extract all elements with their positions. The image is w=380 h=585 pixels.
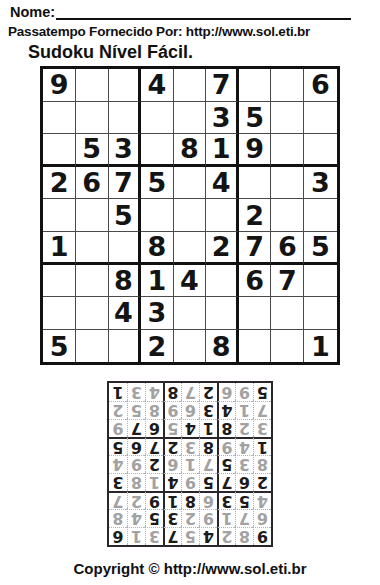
solution-cell-r9c6: 8 — [163, 383, 181, 401]
cell-r5c2[interactable] — [76, 199, 109, 232]
cell-r9c2[interactable] — [76, 330, 109, 363]
solution-cell-r9c2: 9 — [235, 383, 253, 401]
cell-r2c5[interactable] — [174, 102, 207, 135]
cell-r5c5[interactable] — [174, 199, 207, 232]
cell-r5c7: 2 — [239, 199, 272, 232]
cell-r4c8[interactable] — [271, 167, 304, 200]
cell-r4c3: 7 — [109, 167, 142, 200]
cell-r4c6: 4 — [206, 167, 239, 200]
solution-cell-r2c6: 3 — [163, 509, 181, 527]
cell-r9c6: 8 — [206, 330, 239, 363]
solution-cell-r1c2: 8 — [235, 527, 253, 545]
solution-cell-r2c5: 2 — [181, 509, 199, 527]
cell-r7c8: 7 — [271, 265, 304, 298]
cell-r8c3: 4 — [109, 297, 142, 330]
solution-cell-r5c6: 6 — [163, 455, 181, 473]
solution-cell-r1c8: 1 — [127, 527, 145, 545]
solution-cell-r8c5: 6 — [181, 401, 199, 419]
cell-r1c6: 7 — [206, 69, 239, 102]
cell-r7c4: 1 — [141, 265, 174, 298]
cell-r6c6: 2 — [206, 232, 239, 265]
solution-cell-r9c3: 6 — [217, 383, 235, 401]
solution-cell-r2c1: 6 — [253, 509, 271, 527]
cell-r7c3: 8 — [109, 265, 142, 298]
cell-r8c5[interactable] — [174, 297, 207, 330]
solution-cell-r4c4: 5 — [199, 473, 217, 491]
solution-cell-r2c2: 7 — [235, 509, 253, 527]
cell-r7c9[interactable] — [304, 265, 337, 298]
cell-r9c3[interactable] — [109, 330, 142, 363]
cell-r7c1[interactable] — [43, 265, 76, 298]
solution-cell-r4c2: 6 — [235, 473, 253, 491]
solution-cell-r5c4: 7 — [199, 455, 217, 473]
sudoku-grid: 947635538192675435218276581467435281 — [40, 66, 339, 365]
solution-cell-r8c8: 5 — [127, 401, 145, 419]
cell-r1c5[interactable] — [174, 69, 207, 102]
solution-cell-r7c5: 4 — [181, 419, 199, 437]
solution-cell-r8c2: 1 — [235, 401, 253, 419]
cell-r9c7[interactable] — [239, 330, 272, 363]
solution-cell-r1c5: 5 — [181, 527, 199, 545]
cell-r4c4: 5 — [141, 167, 174, 200]
solution-cell-r5c3: 5 — [217, 455, 235, 473]
solution-cell-r8c1: 7 — [253, 401, 271, 419]
cell-r5c9[interactable] — [304, 199, 337, 232]
page-title: Sudoku Nível Fácil. — [28, 42, 372, 63]
solution-cell-r6c1: 1 — [253, 437, 271, 455]
solution-cell-r6c7: 7 — [145, 437, 163, 455]
cell-r9c1: 5 — [43, 330, 76, 363]
solution-grid-rotated: 9824573166719235484536819272675941838357… — [107, 381, 273, 547]
cell-r3c2: 5 — [76, 134, 109, 167]
provider-line: Passatempo Fornecido Por: http://www.sol… — [8, 24, 372, 39]
cell-r5c8[interactable] — [271, 199, 304, 232]
solution-cell-r4c7: 1 — [145, 473, 163, 491]
solution-cell-r6c9: 5 — [109, 437, 127, 455]
solution-cell-r9c9: 1 — [109, 383, 127, 401]
solution-cell-r4c6: 4 — [163, 473, 181, 491]
cell-r5c6[interactable] — [206, 199, 239, 232]
sudoku-sheet: Nome: Passatempo Fornecido Por: http://w… — [0, 0, 380, 577]
cell-r1c1: 9 — [43, 69, 76, 102]
name-label: Nome: — [10, 4, 55, 20]
solution-cell-r5c7: 2 — [145, 455, 163, 473]
solution-cell-r8c7: 8 — [145, 401, 163, 419]
cell-r3c4[interactable] — [141, 134, 174, 167]
solution-cell-r8c4: 3 — [199, 401, 217, 419]
solution-cell-r6c4: 8 — [199, 437, 217, 455]
solution-cell-r7c3: 8 — [217, 419, 235, 437]
solution-cell-r5c9: 4 — [109, 455, 127, 473]
cell-r2c2[interactable] — [76, 102, 109, 135]
cell-r4c9: 3 — [304, 167, 337, 200]
solution-cell-r6c2: 4 — [235, 437, 253, 455]
solution-cell-r4c5: 9 — [181, 473, 199, 491]
cell-r3c5: 8 — [174, 134, 207, 167]
cell-r3c9[interactable] — [304, 134, 337, 167]
cell-r7c6[interactable] — [206, 265, 239, 298]
cell-r8c1[interactable] — [43, 297, 76, 330]
solution-cell-r3c6: 1 — [163, 491, 181, 509]
solution-cell-r3c3: 3 — [217, 491, 235, 509]
solution-cell-r1c9: 6 — [109, 527, 127, 545]
solution-cell-r3c1: 4 — [253, 491, 271, 509]
solution-cell-r5c2: 3 — [235, 455, 253, 473]
cell-r1c2[interactable] — [76, 69, 109, 102]
solution-cell-r2c8: 4 — [127, 509, 145, 527]
solution-cell-r2c9: 8 — [109, 509, 127, 527]
cell-r8c9[interactable] — [304, 297, 337, 330]
cell-r6c8: 6 — [271, 232, 304, 265]
solution-cell-r9c7: 4 — [145, 383, 163, 401]
cell-r7c5: 4 — [174, 265, 207, 298]
solution-cell-r2c7: 5 — [145, 509, 163, 527]
solution-cell-r3c7: 9 — [145, 491, 163, 509]
cell-r1c3[interactable] — [109, 69, 142, 102]
cell-r2c6: 3 — [206, 102, 239, 135]
solution-cell-r7c6: 5 — [163, 419, 181, 437]
solution-cell-r7c8: 7 — [127, 419, 145, 437]
solution-cell-r7c9: 9 — [109, 419, 127, 437]
cell-r2c9[interactable] — [304, 102, 337, 135]
solution-cell-r6c6: 2 — [163, 437, 181, 455]
solution-cell-r5c1: 8 — [253, 455, 271, 473]
cell-r4c5[interactable] — [174, 167, 207, 200]
cell-r6c5[interactable] — [174, 232, 207, 265]
solution-cell-r3c4: 6 — [199, 491, 217, 509]
solution-cell-r1c4: 4 — [199, 527, 217, 545]
solution-cell-r3c5: 8 — [181, 491, 199, 509]
cell-r1c8[interactable] — [271, 69, 304, 102]
solution-cell-r7c2: 2 — [235, 419, 253, 437]
solution-cell-r5c8: 9 — [127, 455, 145, 473]
cell-r9c8[interactable] — [271, 330, 304, 363]
cell-r6c9: 5 — [304, 232, 337, 265]
solution-cell-r3c9: 7 — [109, 491, 127, 509]
cell-r3c8[interactable] — [271, 134, 304, 167]
solution-cell-r8c3: 4 — [217, 401, 235, 419]
solution-cell-r4c9: 3 — [109, 473, 127, 491]
solution-cell-r3c8: 2 — [127, 491, 145, 509]
solution-cell-r6c8: 6 — [127, 437, 145, 455]
cell-r6c4: 8 — [141, 232, 174, 265]
solution-cell-r5c5: 1 — [181, 455, 199, 473]
cell-r4c2: 6 — [76, 167, 109, 200]
solution-cell-r1c1: 9 — [253, 527, 271, 545]
cell-r8c8[interactable] — [271, 297, 304, 330]
cell-r1c9: 6 — [304, 69, 337, 102]
cell-r3c3: 3 — [109, 134, 142, 167]
solution-cell-r1c6: 7 — [163, 527, 181, 545]
cell-r3c1[interactable] — [43, 134, 76, 167]
solution-cell-r4c8: 8 — [127, 473, 145, 491]
solution-cell-r8c6: 9 — [163, 401, 181, 419]
cell-r2c8[interactable] — [271, 102, 304, 135]
cell-r2c3[interactable] — [109, 102, 142, 135]
cell-r8c2[interactable] — [76, 297, 109, 330]
cell-r2c1[interactable] — [43, 102, 76, 135]
cell-r8c7[interactable] — [239, 297, 272, 330]
solution-cell-r7c4: 1 — [199, 419, 217, 437]
cell-r5c4[interactable] — [141, 199, 174, 232]
solution-cell-r4c3: 7 — [217, 473, 235, 491]
name-row: Nome: — [8, 4, 372, 20]
cell-r6c1: 1 — [43, 232, 76, 265]
cell-r3c7: 9 — [239, 134, 272, 167]
cell-r6c2[interactable] — [76, 232, 109, 265]
cell-r7c2[interactable] — [76, 265, 109, 298]
cell-r9c9: 1 — [304, 330, 337, 363]
name-fill-line[interactable] — [56, 5, 351, 20]
cell-r3c6: 1 — [206, 134, 239, 167]
solution-cell-r3c2: 5 — [235, 491, 253, 509]
solution-cell-r9c5: 7 — [181, 383, 199, 401]
cell-r5c3: 5 — [109, 199, 142, 232]
cell-r6c3[interactable] — [109, 232, 142, 265]
cell-r8c6[interactable] — [206, 297, 239, 330]
solution-cell-r6c5: 3 — [181, 437, 199, 455]
cell-r6c7: 7 — [239, 232, 272, 265]
cell-r9c5[interactable] — [174, 330, 207, 363]
solution-cell-r7c1: 3 — [253, 419, 271, 437]
solution-cell-r9c4: 2 — [199, 383, 217, 401]
copyright: Copyright © http://www.sol.eti.br — [8, 560, 372, 577]
solution-cell-r6c3: 9 — [217, 437, 235, 455]
cell-r9c4: 2 — [141, 330, 174, 363]
cell-r7c7: 6 — [239, 265, 272, 298]
solution-cell-r8c9: 2 — [109, 401, 127, 419]
solution-cell-r1c3: 2 — [217, 527, 235, 545]
cell-r5c1[interactable] — [43, 199, 76, 232]
solution-cell-r2c4: 9 — [199, 509, 217, 527]
cell-r4c7[interactable] — [239, 167, 272, 200]
solution-cell-r9c8: 3 — [127, 383, 145, 401]
cell-r4c1: 2 — [43, 167, 76, 200]
cell-r1c7[interactable] — [239, 69, 272, 102]
cell-r2c7: 5 — [239, 102, 272, 135]
solution-cell-r1c7: 3 — [145, 527, 163, 545]
solution-cell-r7c7: 6 — [145, 419, 163, 437]
cell-r8c4: 3 — [141, 297, 174, 330]
cell-r2c4[interactable] — [141, 102, 174, 135]
cell-r1c4: 4 — [141, 69, 174, 102]
solution-cell-r9c1: 5 — [253, 383, 271, 401]
solution-cell-r2c3: 1 — [217, 509, 235, 527]
solution-cell-r4c1: 2 — [253, 473, 271, 491]
